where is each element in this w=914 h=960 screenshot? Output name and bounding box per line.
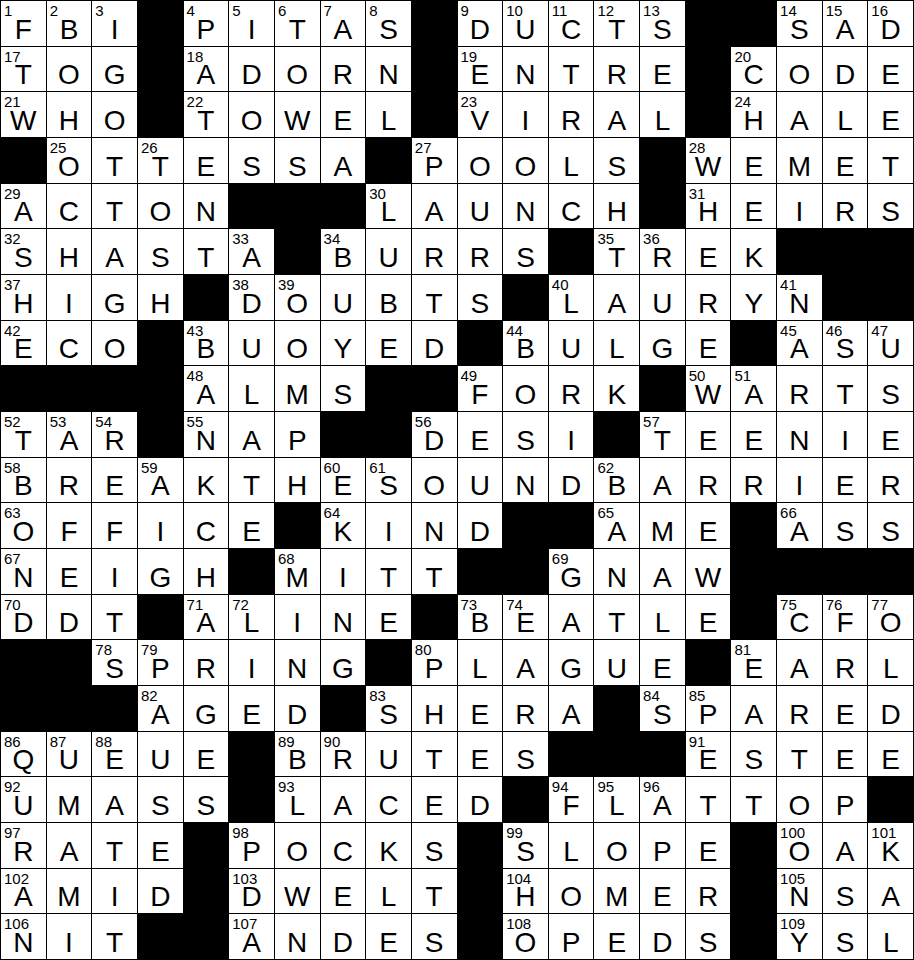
cell-r13c13[interactable]: 69G: [549, 549, 594, 594]
cell-r6c12[interactable]: S: [503, 229, 548, 274]
cell-r21c15[interactable]: D: [640, 914, 685, 959]
cell-r17c10[interactable]: T: [412, 732, 457, 777]
cell-r10c1[interactable]: 52T: [1, 412, 46, 457]
cell-r21c9[interactable]: E: [366, 914, 411, 959]
cell-r20c9[interactable]: L: [366, 869, 411, 914]
cell-r2c14[interactable]: R: [594, 47, 639, 92]
cell-r6c8[interactable]: 34B: [321, 229, 366, 274]
cell-r8c14[interactable]: L: [594, 321, 639, 366]
cell-r16c15[interactable]: 84S: [640, 686, 685, 731]
cell-r5c10[interactable]: A: [412, 184, 457, 229]
cell-r4c7[interactable]: S: [275, 138, 320, 183]
cell-r20c13[interactable]: O: [549, 869, 594, 914]
cell-r19c19[interactable]: A: [823, 823, 868, 868]
cell-r15c17[interactable]: 81E: [731, 640, 776, 685]
cell-r11c14[interactable]: 62B: [594, 458, 639, 503]
cell-r15c10[interactable]: 80P: [412, 640, 457, 685]
cell-r2c3[interactable]: G: [92, 47, 137, 92]
cell-r11c9[interactable]: 61S: [366, 458, 411, 503]
cell-r9c8[interactable]: S: [321, 366, 366, 411]
cell-r2c18[interactable]: O: [777, 47, 822, 92]
cell-r12c16[interactable]: E: [686, 503, 731, 548]
cell-r16c7[interactable]: D: [275, 686, 320, 731]
cell-r7c4[interactable]: H: [138, 275, 183, 320]
cell-r3c15[interactable]: L: [640, 92, 685, 137]
cell-r1c8[interactable]: 7A: [321, 1, 366, 46]
cell-r16c5[interactable]: G: [184, 686, 229, 731]
cell-r7c15[interactable]: U: [640, 275, 685, 320]
cell-r11c15[interactable]: A: [640, 458, 685, 503]
cell-r9c6[interactable]: L: [229, 366, 274, 411]
cell-r14c5[interactable]: 71A: [184, 595, 229, 640]
cell-r17c1[interactable]: 86Q: [1, 732, 46, 777]
cell-r12c3[interactable]: F: [92, 503, 137, 548]
cell-r9c5[interactable]: 48A: [184, 366, 229, 411]
cell-r3c19[interactable]: L: [823, 92, 868, 137]
cell-r20c2[interactable]: M: [47, 869, 92, 914]
cell-r1c18[interactable]: 14S: [777, 1, 822, 46]
cell-r14c14[interactable]: T: [594, 595, 639, 640]
cell-r12c19[interactable]: S: [823, 503, 868, 548]
cell-r1c15[interactable]: 13S: [640, 1, 685, 46]
cell-r11c16[interactable]: R: [686, 458, 731, 503]
cell-r6c1[interactable]: 32S: [1, 229, 46, 274]
cell-r10c5[interactable]: 55N: [184, 412, 229, 457]
cell-r18c9[interactable]: C: [366, 777, 411, 822]
cell-r15c8[interactable]: G: [321, 640, 366, 685]
cell-r7c2[interactable]: I: [47, 275, 92, 320]
cell-r9c16[interactable]: 50W: [686, 366, 731, 411]
cell-r13c14[interactable]: N: [594, 549, 639, 594]
cell-r20c10[interactable]: T: [412, 869, 457, 914]
cell-r2c2[interactable]: O: [47, 47, 92, 92]
cell-r8c15[interactable]: G: [640, 321, 685, 366]
cell-r12c11[interactable]: D: [458, 503, 503, 548]
cell-r8c20[interactable]: 47U: [868, 321, 913, 366]
cell-r16c19[interactable]: E: [823, 686, 868, 731]
cell-r17c18[interactable]: T: [777, 732, 822, 777]
cell-r21c18[interactable]: 109Y: [777, 914, 822, 959]
cell-r14c9[interactable]: E: [366, 595, 411, 640]
cell-r17c8[interactable]: 90R: [321, 732, 366, 777]
cell-r15c20[interactable]: L: [868, 640, 913, 685]
cell-r5c4[interactable]: O: [138, 184, 183, 229]
cell-r17c4[interactable]: U: [138, 732, 183, 777]
cell-r4c20[interactable]: T: [868, 138, 913, 183]
cell-r8c13[interactable]: U: [549, 321, 594, 366]
cell-r14c6[interactable]: 72L: [229, 595, 274, 640]
cell-r11c20[interactable]: R: [868, 458, 913, 503]
cell-r4c12[interactable]: O: [503, 138, 548, 183]
cell-r21c7[interactable]: N: [275, 914, 320, 959]
cell-r11c8[interactable]: 60E: [321, 458, 366, 503]
cell-r17c5[interactable]: E: [184, 732, 229, 777]
cell-r10c7[interactable]: P: [275, 412, 320, 457]
cell-r10c13[interactable]: I: [549, 412, 594, 457]
cell-r10c20[interactable]: E: [868, 412, 913, 457]
cell-r15c3[interactable]: 78S: [92, 640, 137, 685]
cell-r18c7[interactable]: 93L: [275, 777, 320, 822]
cell-r18c10[interactable]: E: [412, 777, 457, 822]
cell-r11c13[interactable]: D: [549, 458, 594, 503]
cell-r9c13[interactable]: R: [549, 366, 594, 411]
cell-r6c5[interactable]: T: [184, 229, 229, 274]
cell-r10c3[interactable]: 54R: [92, 412, 137, 457]
cell-r14c19[interactable]: 76F: [823, 595, 868, 640]
cell-r16c12[interactable]: R: [503, 686, 548, 731]
cell-r6c9[interactable]: U: [366, 229, 411, 274]
cell-r14c13[interactable]: A: [549, 595, 594, 640]
cell-r19c14[interactable]: O: [594, 823, 639, 868]
cell-r5c20[interactable]: S: [868, 184, 913, 229]
cell-r21c8[interactable]: D: [321, 914, 366, 959]
cell-r20c1[interactable]: 102A: [1, 869, 46, 914]
cell-r19c12[interactable]: 99S: [503, 823, 548, 868]
cell-r14c18[interactable]: 75C: [777, 595, 822, 640]
cell-r17c9[interactable]: U: [366, 732, 411, 777]
cell-r18c19[interactable]: P: [823, 777, 868, 822]
cell-r3c11[interactable]: 23V: [458, 92, 503, 137]
cell-r7c11[interactable]: S: [458, 275, 503, 320]
cell-r18c17[interactable]: T: [731, 777, 776, 822]
cell-r5c9[interactable]: 30L: [366, 184, 411, 229]
cell-r11c11[interactable]: U: [458, 458, 503, 503]
cell-r9c19[interactable]: T: [823, 366, 868, 411]
cell-r3c1[interactable]: 21W: [1, 92, 46, 137]
cell-r6c14[interactable]: 35T: [594, 229, 639, 274]
cell-r19c4[interactable]: E: [138, 823, 183, 868]
cell-r3c3[interactable]: O: [92, 92, 137, 137]
cell-r3c7[interactable]: W: [275, 92, 320, 137]
cell-r16c16[interactable]: 85P: [686, 686, 731, 731]
cell-r9c14[interactable]: K: [594, 366, 639, 411]
cell-r19c7[interactable]: O: [275, 823, 320, 868]
cell-r12c5[interactable]: C: [184, 503, 229, 548]
cell-r17c2[interactable]: 87U: [47, 732, 92, 777]
cell-r14c1[interactable]: 70D: [1, 595, 46, 640]
cell-r11c17[interactable]: R: [731, 458, 776, 503]
cell-r20c12[interactable]: 104H: [503, 869, 548, 914]
cell-r21c3[interactable]: T: [92, 914, 137, 959]
cell-r18c5[interactable]: S: [184, 777, 229, 822]
cell-r14c8[interactable]: N: [321, 595, 366, 640]
cell-r19c20[interactable]: 101K: [868, 823, 913, 868]
cell-r15c4[interactable]: 79P: [138, 640, 183, 685]
cell-r11c18[interactable]: I: [777, 458, 822, 503]
cell-r8c2[interactable]: C: [47, 321, 92, 366]
cell-r21c20[interactable]: L: [868, 914, 913, 959]
cell-r5c5[interactable]: N: [184, 184, 229, 229]
cell-r20c19[interactable]: S: [823, 869, 868, 914]
cell-r1c3[interactable]: 3I: [92, 1, 137, 46]
cell-r16c10[interactable]: H: [412, 686, 457, 731]
cell-r2c1[interactable]: 17T: [1, 47, 46, 92]
cell-r20c18[interactable]: 105N: [777, 869, 822, 914]
cell-r10c6[interactable]: A: [229, 412, 274, 457]
cell-r7c3[interactable]: G: [92, 275, 137, 320]
cell-r20c7[interactable]: W: [275, 869, 320, 914]
cell-r14c15[interactable]: L: [640, 595, 685, 640]
cell-r6c15[interactable]: 36R: [640, 229, 685, 274]
cell-r3c18[interactable]: A: [777, 92, 822, 137]
cell-r3c8[interactable]: E: [321, 92, 366, 137]
cell-r18c2[interactable]: M: [47, 777, 92, 822]
cell-r21c16[interactable]: S: [686, 914, 731, 959]
cell-r6c16[interactable]: E: [686, 229, 731, 274]
cell-r5c1[interactable]: 29A: [1, 184, 46, 229]
cell-r15c12[interactable]: A: [503, 640, 548, 685]
cell-r4c5[interactable]: E: [184, 138, 229, 183]
cell-r15c19[interactable]: R: [823, 640, 868, 685]
cell-r18c1[interactable]: 92U: [1, 777, 46, 822]
cell-r16c11[interactable]: E: [458, 686, 503, 731]
cell-r12c8[interactable]: 64K: [321, 503, 366, 548]
cell-r4c19[interactable]: E: [823, 138, 868, 183]
cell-r2c7[interactable]: O: [275, 47, 320, 92]
cell-r5c2[interactable]: C: [47, 184, 92, 229]
cell-r9c17[interactable]: 51A: [731, 366, 776, 411]
cell-r15c15[interactable]: E: [640, 640, 685, 685]
cell-r17c7[interactable]: 89B: [275, 732, 320, 777]
cell-r14c16[interactable]: E: [686, 595, 731, 640]
cell-r9c20[interactable]: S: [868, 366, 913, 411]
cell-r3c12[interactable]: I: [503, 92, 548, 137]
cell-r18c11[interactable]: D: [458, 777, 503, 822]
cell-r8c6[interactable]: U: [229, 321, 274, 366]
cell-r15c7[interactable]: N: [275, 640, 320, 685]
cell-r12c2[interactable]: F: [47, 503, 92, 548]
cell-r4c17[interactable]: E: [731, 138, 776, 183]
cell-r8c1[interactable]: 42E: [1, 321, 46, 366]
cell-r21c12[interactable]: 108O: [503, 914, 548, 959]
cell-r1c7[interactable]: 6T: [275, 1, 320, 46]
cell-r3c17[interactable]: 24H: [731, 92, 776, 137]
cell-r14c2[interactable]: D: [47, 595, 92, 640]
cell-r17c17[interactable]: S: [731, 732, 776, 777]
cell-r4c14[interactable]: S: [594, 138, 639, 183]
cell-r5c3[interactable]: T: [92, 184, 137, 229]
cell-r19c6[interactable]: 98P: [229, 823, 274, 868]
cell-r1c19[interactable]: 15A: [823, 1, 868, 46]
cell-r1c2[interactable]: 2B: [47, 1, 92, 46]
cell-r4c13[interactable]: L: [549, 138, 594, 183]
cell-r19c15[interactable]: P: [640, 823, 685, 868]
cell-r5c17[interactable]: E: [731, 184, 776, 229]
cell-r5c16[interactable]: 31H: [686, 184, 731, 229]
cell-r17c3[interactable]: 88E: [92, 732, 137, 777]
cell-r21c19[interactable]: S: [823, 914, 868, 959]
cell-r16c6[interactable]: E: [229, 686, 274, 731]
cell-r13c9[interactable]: T: [366, 549, 411, 594]
cell-r19c1[interactable]: 97R: [1, 823, 46, 868]
cell-r1c13[interactable]: 11C: [549, 1, 594, 46]
cell-r21c1[interactable]: 106N: [1, 914, 46, 959]
cell-r21c2[interactable]: I: [47, 914, 92, 959]
cell-r17c16[interactable]: 91E: [686, 732, 731, 777]
cell-r11c2[interactable]: R: [47, 458, 92, 503]
cell-r4c2[interactable]: 25O: [47, 138, 92, 183]
cell-r7c14[interactable]: A: [594, 275, 639, 320]
cell-r7c1[interactable]: 37H: [1, 275, 46, 320]
cell-r21c13[interactable]: P: [549, 914, 594, 959]
cell-r2c5[interactable]: 18A: [184, 47, 229, 92]
cell-r20c16[interactable]: R: [686, 869, 731, 914]
cell-r8c7[interactable]: O: [275, 321, 320, 366]
cell-r19c18[interactable]: 100O: [777, 823, 822, 868]
cell-r7c10[interactable]: T: [412, 275, 457, 320]
cell-r20c4[interactable]: D: [138, 869, 183, 914]
cell-r20c3[interactable]: I: [92, 869, 137, 914]
cell-r16c20[interactable]: D: [868, 686, 913, 731]
cell-r1c12[interactable]: 10U: [503, 1, 548, 46]
cell-r16c9[interactable]: 83S: [366, 686, 411, 731]
cell-r2c11[interactable]: 19E: [458, 47, 503, 92]
cell-r4c11[interactable]: O: [458, 138, 503, 183]
cell-r19c9[interactable]: K: [366, 823, 411, 868]
cell-r17c12[interactable]: S: [503, 732, 548, 777]
cell-r13c5[interactable]: H: [184, 549, 229, 594]
cell-r13c4[interactable]: G: [138, 549, 183, 594]
cell-r7c8[interactable]: U: [321, 275, 366, 320]
cell-r1c6[interactable]: 5I: [229, 1, 274, 46]
cell-r15c6[interactable]: I: [229, 640, 274, 685]
cell-r8c18[interactable]: 45A: [777, 321, 822, 366]
cell-r3c13[interactable]: R: [549, 92, 594, 137]
cell-r11c4[interactable]: 59A: [138, 458, 183, 503]
cell-r18c3[interactable]: A: [92, 777, 137, 822]
cell-r3c2[interactable]: H: [47, 92, 92, 137]
cell-r12c1[interactable]: 63O: [1, 503, 46, 548]
cell-r10c11[interactable]: E: [458, 412, 503, 457]
cell-r4c8[interactable]: A: [321, 138, 366, 183]
cell-r1c11[interactable]: 9D: [458, 1, 503, 46]
cell-r4c6[interactable]: S: [229, 138, 274, 183]
cell-r18c18[interactable]: O: [777, 777, 822, 822]
cell-r6c17[interactable]: K: [731, 229, 776, 274]
cell-r6c6[interactable]: 33A: [229, 229, 274, 274]
cell-r7c9[interactable]: B: [366, 275, 411, 320]
cell-r14c3[interactable]: T: [92, 595, 137, 640]
cell-r13c10[interactable]: T: [412, 549, 457, 594]
cell-r4c4[interactable]: 26T: [138, 138, 183, 183]
cell-r8c10[interactable]: D: [412, 321, 457, 366]
cell-r4c18[interactable]: M: [777, 138, 822, 183]
cell-r14c11[interactable]: 73B: [458, 595, 503, 640]
cell-r20c8[interactable]: E: [321, 869, 366, 914]
cell-r13c3[interactable]: I: [92, 549, 137, 594]
cell-r8c5[interactable]: 43B: [184, 321, 229, 366]
cell-r1c9[interactable]: 8S: [366, 1, 411, 46]
cell-r20c15[interactable]: E: [640, 869, 685, 914]
cell-r5c14[interactable]: H: [594, 184, 639, 229]
cell-r20c20[interactable]: A: [868, 869, 913, 914]
cell-r13c15[interactable]: A: [640, 549, 685, 594]
cell-r2c12[interactable]: N: [503, 47, 548, 92]
cell-r7c17[interactable]: Y: [731, 275, 776, 320]
cell-r18c4[interactable]: S: [138, 777, 183, 822]
cell-r17c11[interactable]: E: [458, 732, 503, 777]
cell-r2c6[interactable]: D: [229, 47, 274, 92]
cell-r5c11[interactable]: U: [458, 184, 503, 229]
cell-r19c16[interactable]: E: [686, 823, 731, 868]
cell-r12c6[interactable]: E: [229, 503, 274, 548]
cell-r12c9[interactable]: I: [366, 503, 411, 548]
cell-r10c12[interactable]: S: [503, 412, 548, 457]
cell-r11c3[interactable]: E: [92, 458, 137, 503]
cell-r6c10[interactable]: R: [412, 229, 457, 274]
cell-r11c10[interactable]: O: [412, 458, 457, 503]
cell-r10c19[interactable]: I: [823, 412, 868, 457]
cell-r15c13[interactable]: G: [549, 640, 594, 685]
cell-r18c16[interactable]: T: [686, 777, 731, 822]
cell-r12c20[interactable]: S: [868, 503, 913, 548]
cell-r18c13[interactable]: 94F: [549, 777, 594, 822]
cell-r5c13[interactable]: C: [549, 184, 594, 229]
cell-r15c14[interactable]: U: [594, 640, 639, 685]
cell-r12c18[interactable]: 66A: [777, 503, 822, 548]
cell-r18c8[interactable]: A: [321, 777, 366, 822]
cell-r10c16[interactable]: E: [686, 412, 731, 457]
cell-r14c7[interactable]: I: [275, 595, 320, 640]
cell-r18c15[interactable]: 96A: [640, 777, 685, 822]
cell-r11c5[interactable]: K: [184, 458, 229, 503]
cell-r20c14[interactable]: M: [594, 869, 639, 914]
cell-r1c5[interactable]: 4P: [184, 1, 229, 46]
cell-r12c15[interactable]: M: [640, 503, 685, 548]
cell-r8c16[interactable]: E: [686, 321, 731, 366]
cell-r16c17[interactable]: A: [731, 686, 776, 731]
cell-r2c8[interactable]: R: [321, 47, 366, 92]
cell-r10c17[interactable]: E: [731, 412, 776, 457]
cell-r15c18[interactable]: A: [777, 640, 822, 685]
cell-r13c2[interactable]: E: [47, 549, 92, 594]
cell-r21c10[interactable]: S: [412, 914, 457, 959]
cell-r19c3[interactable]: T: [92, 823, 137, 868]
cell-r4c3[interactable]: T: [92, 138, 137, 183]
cell-r1c1[interactable]: 1F: [1, 1, 46, 46]
cell-r2c13[interactable]: T: [549, 47, 594, 92]
cell-r5c19[interactable]: R: [823, 184, 868, 229]
cell-r17c19[interactable]: E: [823, 732, 868, 777]
cell-r13c1[interactable]: 67N: [1, 549, 46, 594]
cell-r3c6[interactable]: O: [229, 92, 274, 137]
cell-r3c14[interactable]: A: [594, 92, 639, 137]
cell-r6c4[interactable]: S: [138, 229, 183, 274]
cell-r3c20[interactable]: E: [868, 92, 913, 137]
cell-r9c7[interactable]: M: [275, 366, 320, 411]
cell-r12c10[interactable]: N: [412, 503, 457, 548]
cell-r1c20[interactable]: 16D: [868, 1, 913, 46]
cell-r1c14[interactable]: 12T: [594, 1, 639, 46]
cell-r17c20[interactable]: E: [868, 732, 913, 777]
cell-r16c4[interactable]: 82A: [138, 686, 183, 731]
cell-r11c1[interactable]: 58B: [1, 458, 46, 503]
cell-r7c13[interactable]: 40L: [549, 275, 594, 320]
cell-r8c3[interactable]: O: [92, 321, 137, 366]
cell-r10c15[interactable]: 57T: [640, 412, 685, 457]
cell-r2c20[interactable]: E: [868, 47, 913, 92]
cell-r7c18[interactable]: 41N: [777, 275, 822, 320]
cell-r12c4[interactable]: I: [138, 503, 183, 548]
cell-r8c12[interactable]: 44B: [503, 321, 548, 366]
cell-r11c7[interactable]: H: [275, 458, 320, 503]
cell-r8c9[interactable]: E: [366, 321, 411, 366]
cell-r8c8[interactable]: Y: [321, 321, 366, 366]
cell-r14c20[interactable]: 77O: [868, 595, 913, 640]
cell-r18c14[interactable]: 95L: [594, 777, 639, 822]
cell-r6c11[interactable]: R: [458, 229, 503, 274]
cell-r4c16[interactable]: 28W: [686, 138, 731, 183]
